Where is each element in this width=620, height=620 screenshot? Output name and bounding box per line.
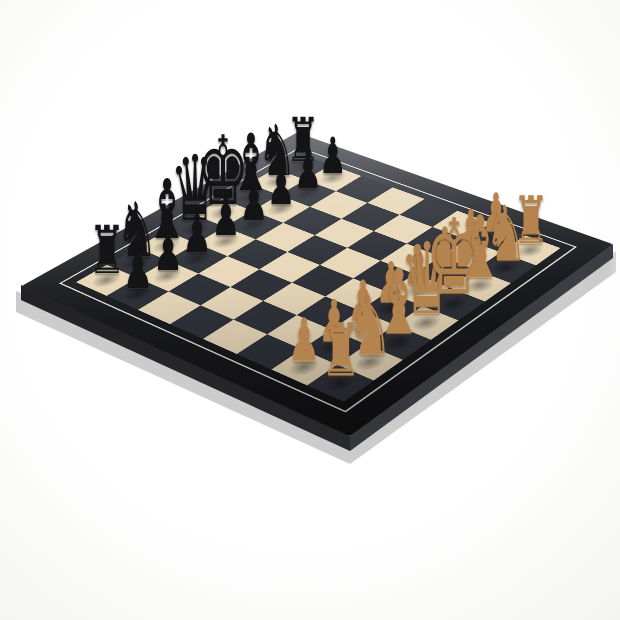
piece-black-pawn-f7[interactable]: ♟ — [267, 161, 296, 212]
piece-black-pawn-b7[interactable]: ♟ — [153, 225, 183, 279]
product-photo-stage: ♜♞♝♛♚♝♞♜♟♟♟♟♟♟♟♟♟♟♟♟♟♟♟♟♜♞♝♛♚♝♞♜ — [0, 0, 620, 620]
piece-white-pawn-a2[interactable]: ♟ — [288, 312, 321, 371]
piece-black-pawn-g7[interactable]: ♟ — [293, 146, 321, 197]
piece-black-pawn-h7[interactable]: ♟ — [319, 131, 347, 181]
piece-black-pawn-d7[interactable]: ♟ — [211, 192, 240, 245]
piece-black-pawn-c7[interactable]: ♟ — [183, 208, 213, 262]
pieces-layer: ♜♞♝♛♚♝♞♜♟♟♟♟♟♟♟♟♟♟♟♟♟♟♟♟♜♞♝♛♚♝♞♜ — [0, 0, 620, 620]
piece-white-rook-h1[interactable]: ♜ — [512, 189, 548, 255]
piece-black-pawn-a7[interactable]: ♟ — [122, 242, 153, 297]
piece-black-pawn-e7[interactable]: ♟ — [239, 176, 268, 228]
